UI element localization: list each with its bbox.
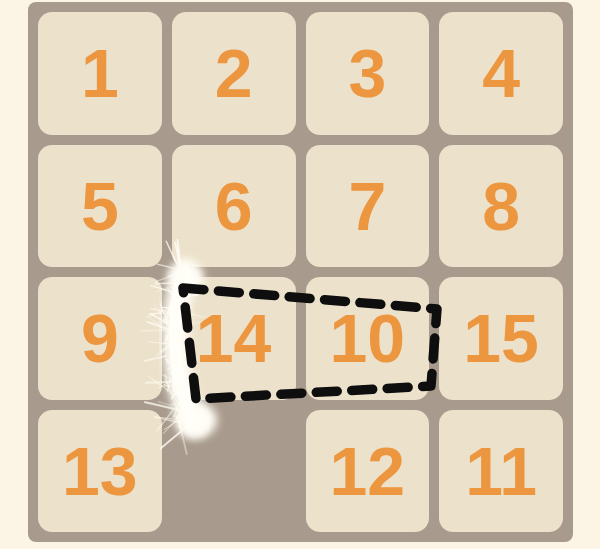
tile-number: 10 — [330, 304, 406, 372]
tile-number: 13 — [62, 437, 138, 505]
tile-1[interactable]: 1 — [38, 12, 162, 135]
tile-number: 7 — [348, 172, 386, 240]
tile-4[interactable]: 4 — [439, 12, 563, 135]
puzzle-board: 123456789141015131211 — [28, 2, 573, 542]
tile-number: 8 — [482, 172, 520, 240]
tile-10[interactable]: 10 — [306, 277, 430, 400]
tile-number: 5 — [81, 172, 119, 240]
tile-7[interactable]: 7 — [306, 145, 430, 268]
tile-3[interactable]: 3 — [306, 12, 430, 135]
tile-number: 9 — [81, 304, 119, 372]
tile-11[interactable]: 11 — [439, 410, 563, 533]
tile-9[interactable]: 9 — [38, 277, 162, 400]
tile-number: 14 — [196, 304, 272, 372]
tile-14[interactable]: 14 — [172, 277, 296, 400]
tile-number: 1 — [81, 39, 119, 107]
tile-number: 11 — [465, 437, 537, 505]
tile-number: 3 — [348, 39, 386, 107]
tile-2[interactable]: 2 — [172, 12, 296, 135]
tile-15[interactable]: 15 — [439, 277, 563, 400]
tile-number: 4 — [482, 39, 520, 107]
tile-number: 6 — [215, 172, 253, 240]
tile-5[interactable]: 5 — [38, 145, 162, 268]
tile-13[interactable]: 13 — [38, 410, 162, 533]
empty-cell — [172, 410, 296, 533]
tile-number: 2 — [215, 39, 253, 107]
tile-number: 12 — [330, 437, 406, 505]
tile-12[interactable]: 12 — [306, 410, 430, 533]
tile-8[interactable]: 8 — [439, 145, 563, 268]
tile-number: 15 — [463, 304, 539, 372]
tile-6[interactable]: 6 — [172, 145, 296, 268]
